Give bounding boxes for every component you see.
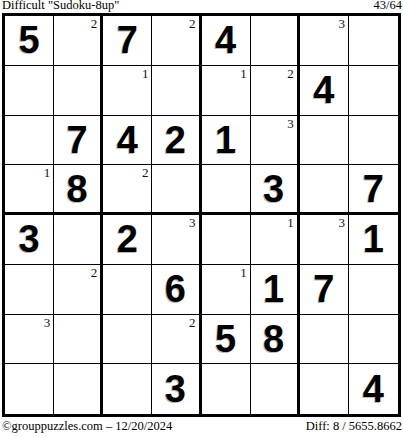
cell-r4c2[interactable]: 8	[54, 165, 103, 215]
cell-r8c5[interactable]	[202, 364, 251, 414]
cell-r1c4[interactable]: 2	[152, 16, 201, 66]
header: Difficult "Sudoku-8up" 43/64	[2, 0, 402, 12]
pencil-mark: 2	[142, 166, 149, 180]
cell-r3c4[interactable]: 2	[152, 116, 201, 166]
cell-r6c7[interactable]: 7	[300, 265, 349, 315]
cell-r3c7[interactable]	[300, 116, 349, 166]
given-digit: 4	[313, 71, 334, 109]
cell-r6c2[interactable]: 2	[54, 265, 103, 315]
pencil-mark: 3	[338, 216, 345, 230]
given-digit: 4	[117, 121, 138, 159]
pencil-mark: 3	[189, 216, 196, 230]
cell-r4c6[interactable]: 3	[251, 165, 300, 215]
cell-r6c1[interactable]	[5, 265, 54, 315]
cell-r7c6[interactable]: 8	[251, 315, 300, 365]
pencil-mark: 3	[44, 316, 51, 330]
cell-r6c8[interactable]	[349, 265, 398, 315]
cell-r8c8[interactable]: 4	[349, 364, 398, 414]
cell-r4c5[interactable]	[202, 165, 251, 215]
cell-r1c1[interactable]: 5	[5, 16, 54, 66]
cell-r7c8[interactable]	[349, 315, 398, 365]
pencil-mark: 1	[240, 266, 247, 280]
given-digit: 2	[165, 121, 186, 159]
cell-r7c3[interactable]	[103, 315, 152, 365]
cell-r1c6[interactable]	[251, 16, 300, 66]
given-digit: 2	[117, 220, 138, 258]
given-digit: 4	[363, 370, 384, 408]
given-digit: 3	[263, 170, 284, 208]
given-digit: 3	[18, 220, 39, 258]
cell-r4c7[interactable]	[300, 165, 349, 215]
given-digit: 5	[18, 21, 39, 59]
cell-r7c1[interactable]: 3	[5, 315, 54, 365]
cell-r1c2[interactable]: 2	[54, 16, 103, 66]
cell-r6c3[interactable]	[103, 265, 152, 315]
puzzle-counter: 43/64	[374, 0, 402, 12]
given-digit: 5	[215, 320, 236, 358]
cell-r4c4[interactable]	[152, 165, 201, 215]
given-digit: 1	[215, 121, 236, 159]
cell-r8c7[interactable]	[300, 364, 349, 414]
cell-r3c3[interactable]: 4	[103, 116, 152, 166]
cell-r7c7[interactable]	[300, 315, 349, 365]
cell-r3c5[interactable]: 1	[202, 116, 251, 166]
cell-r2c6[interactable]: 2	[251, 66, 300, 116]
given-digit: 6	[165, 270, 186, 308]
cell-r6c4[interactable]: 6	[152, 265, 201, 315]
given-digit: 8	[263, 320, 284, 358]
difficulty-text: Diff: 8 / 5655.8662	[306, 419, 402, 433]
puzzle-title: Difficult "Sudoku-8up"	[2, 0, 119, 12]
cell-r2c5[interactable]: 1	[202, 66, 251, 116]
pencil-mark: 1	[240, 67, 247, 81]
cell-r2c8[interactable]	[349, 66, 398, 116]
cell-r4c1[interactable]: 1	[5, 165, 54, 215]
cell-r6c5[interactable]: 1	[202, 265, 251, 315]
cell-r8c4[interactable]: 3	[152, 364, 201, 414]
pencil-mark: 1	[44, 166, 51, 180]
pencil-mark: 2	[91, 17, 98, 31]
cell-r5c7[interactable]: 3	[300, 215, 349, 265]
pencil-mark: 1	[142, 67, 149, 81]
given-digit: 1	[263, 270, 284, 308]
given-digit: 7	[67, 121, 88, 159]
given-digit: 7	[363, 170, 384, 208]
pencil-mark: 2	[189, 17, 196, 31]
cell-r5c1[interactable]: 3	[5, 215, 54, 265]
puzzle-page: Difficult "Sudoku-8up" 43/64 52724311247…	[0, 0, 403, 437]
cell-r8c1[interactable]	[5, 364, 54, 414]
pencil-mark: 2	[91, 266, 98, 280]
given-digit: 7	[313, 270, 334, 308]
cell-r5c2[interactable]	[54, 215, 103, 265]
cell-r1c8[interactable]	[349, 16, 398, 66]
cell-r7c2[interactable]	[54, 315, 103, 365]
given-digit: 3	[165, 370, 186, 408]
pencil-mark: 2	[189, 316, 196, 330]
sudoku-board: 5272431124742131823732313126117325834	[2, 13, 401, 417]
pencil-mark: 3	[287, 117, 294, 131]
cell-r8c3[interactable]	[103, 364, 152, 414]
cell-r3c2[interactable]: 7	[54, 116, 103, 166]
cell-r5c8[interactable]: 1	[349, 215, 398, 265]
copyright-text: ©grouppuzzles.com – 12/20/2024	[2, 419, 172, 433]
cell-r8c6[interactable]	[251, 364, 300, 414]
cell-r5c6[interactable]: 1	[251, 215, 300, 265]
cell-r7c4[interactable]: 2	[152, 315, 201, 365]
given-digit: 7	[117, 21, 138, 59]
given-digit: 4	[215, 21, 236, 59]
pencil-mark: 1	[287, 216, 294, 230]
cell-r5c3[interactable]: 2	[103, 215, 152, 265]
cell-r2c7[interactable]: 4	[300, 66, 349, 116]
cell-r2c3[interactable]: 1	[103, 66, 152, 116]
cell-r2c1[interactable]	[5, 66, 54, 116]
cell-r5c4[interactable]: 3	[152, 215, 201, 265]
cell-r1c5[interactable]: 4	[202, 16, 251, 66]
cell-r6c6[interactable]: 1	[251, 265, 300, 315]
cell-r7c5[interactable]: 5	[202, 315, 251, 365]
cell-r4c8[interactable]: 7	[349, 165, 398, 215]
cell-r2c2[interactable]	[54, 66, 103, 116]
given-digit: 1	[363, 220, 384, 258]
cell-r5c5[interactable]	[202, 215, 251, 265]
cell-r1c3[interactable]: 7	[103, 16, 152, 66]
pencil-mark: 2	[287, 67, 294, 81]
cell-r3c1[interactable]	[5, 116, 54, 166]
cell-r2c4[interactable]	[152, 66, 201, 116]
cell-r3c8[interactable]	[349, 116, 398, 166]
cell-r3c6[interactable]: 3	[251, 116, 300, 166]
cell-r1c7[interactable]: 3	[300, 16, 349, 66]
given-digit: 8	[67, 170, 88, 208]
cell-r8c2[interactable]	[54, 364, 103, 414]
footer: ©grouppuzzles.com – 12/20/2024 Diff: 8 /…	[2, 419, 402, 433]
cell-r4c3[interactable]: 2	[103, 165, 152, 215]
pencil-mark: 3	[338, 17, 345, 31]
